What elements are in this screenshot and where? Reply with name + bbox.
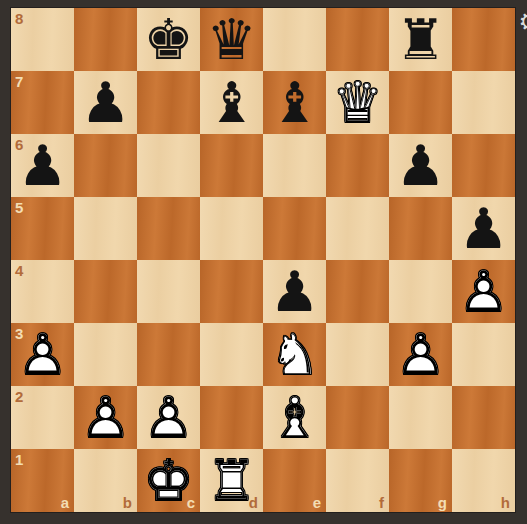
square-d7[interactable]: ♝ <box>200 71 263 134</box>
square-c3[interactable] <box>137 323 200 386</box>
square-a6[interactable]: ♟ <box>11 134 74 197</box>
square-h1[interactable] <box>452 449 515 512</box>
black-queen-glyph: ♛ <box>200 8 263 71</box>
black-pawn-glyph: ♟ <box>452 197 515 260</box>
black-bishop-glyph: ♝ <box>200 71 263 134</box>
white-rook-outline-glyph: ♖ <box>200 449 263 512</box>
black-pawn[interactable]: ♟ <box>389 134 452 197</box>
square-d8[interactable]: ♛ <box>200 8 263 71</box>
black-bishop-glyph: ♝ <box>263 71 326 134</box>
square-g1[interactable] <box>389 449 452 512</box>
square-f8[interactable] <box>326 8 389 71</box>
black-pawn-glyph: ♟ <box>389 134 452 197</box>
square-e6[interactable] <box>263 134 326 197</box>
black-pawn-glyph: ♟ <box>11 134 74 197</box>
white-pawn[interactable]: ♟♙ <box>452 260 515 323</box>
square-f2[interactable] <box>326 386 389 449</box>
white-bishop[interactable]: ♝♗ <box>263 386 326 449</box>
chessboard: ♚♛♜♟♝♝♛♕♟♟♟♟♟♙♟♙♞♘♟♙♟♙♟♙♝♗♚♔♜♖87654321ab… <box>11 8 515 512</box>
square-b8[interactable] <box>74 8 137 71</box>
white-king-outline-glyph: ♔ <box>137 449 200 512</box>
square-f3[interactable] <box>326 323 389 386</box>
white-pawn-outline-glyph: ♙ <box>11 323 74 386</box>
square-g3[interactable]: ♟♙ <box>389 323 452 386</box>
square-g6[interactable]: ♟ <box>389 134 452 197</box>
square-e1[interactable] <box>263 449 326 512</box>
square-d6[interactable] <box>200 134 263 197</box>
white-knight-outline-glyph: ♘ <box>263 323 326 386</box>
square-h6[interactable] <box>452 134 515 197</box>
square-h8[interactable] <box>452 8 515 71</box>
square-f7[interactable]: ♛♕ <box>326 71 389 134</box>
square-g2[interactable] <box>389 386 452 449</box>
square-a3[interactable]: ♟♙ <box>11 323 74 386</box>
square-b3[interactable] <box>74 323 137 386</box>
white-pawn[interactable]: ♟♙ <box>137 386 200 449</box>
white-pawn[interactable]: ♟♙ <box>74 386 137 449</box>
white-queen[interactable]: ♛♕ <box>326 71 389 134</box>
black-king[interactable]: ♚ <box>137 8 200 71</box>
square-b5[interactable] <box>74 197 137 260</box>
square-a8[interactable] <box>11 8 74 71</box>
black-pawn[interactable]: ♟ <box>11 134 74 197</box>
white-pawn-outline-glyph: ♙ <box>74 386 137 449</box>
square-d4[interactable] <box>200 260 263 323</box>
square-f6[interactable] <box>326 134 389 197</box>
square-e4[interactable]: ♟ <box>263 260 326 323</box>
square-g8[interactable]: ♜ <box>389 8 452 71</box>
square-h2[interactable] <box>452 386 515 449</box>
black-pawn-glyph: ♟ <box>263 260 326 323</box>
square-d3[interactable] <box>200 323 263 386</box>
black-king-glyph: ♚ <box>137 8 200 71</box>
black-bishop[interactable]: ♝ <box>200 71 263 134</box>
square-g4[interactable] <box>389 260 452 323</box>
black-pawn[interactable]: ♟ <box>263 260 326 323</box>
square-a7[interactable] <box>11 71 74 134</box>
square-a4[interactable] <box>11 260 74 323</box>
square-b7[interactable]: ♟ <box>74 71 137 134</box>
white-pawn-outline-glyph: ♙ <box>452 260 515 323</box>
square-f4[interactable] <box>326 260 389 323</box>
black-queen[interactable]: ♛ <box>200 8 263 71</box>
square-h4[interactable]: ♟♙ <box>452 260 515 323</box>
board-panel: ♚♛♜♟♝♝♛♕♟♟♟♟♟♙♟♙♞♘♟♙♟♙♟♙♝♗♚♔♜♖87654321ab… <box>0 0 527 524</box>
square-d1[interactable]: ♜♖ <box>200 449 263 512</box>
white-pawn[interactable]: ♟♙ <box>389 323 452 386</box>
square-c6[interactable] <box>137 134 200 197</box>
square-h7[interactable] <box>452 71 515 134</box>
square-a5[interactable] <box>11 197 74 260</box>
square-g5[interactable] <box>389 197 452 260</box>
square-d5[interactable] <box>200 197 263 260</box>
square-c8[interactable]: ♚ <box>137 8 200 71</box>
square-b2[interactable]: ♟♙ <box>74 386 137 449</box>
square-a2[interactable] <box>11 386 74 449</box>
square-e8[interactable] <box>263 8 326 71</box>
white-pawn-outline-glyph: ♙ <box>389 323 452 386</box>
square-f1[interactable] <box>326 449 389 512</box>
square-c4[interactable] <box>137 260 200 323</box>
square-h3[interactable] <box>452 323 515 386</box>
square-e2[interactable]: ♝♗ <box>263 386 326 449</box>
square-b6[interactable] <box>74 134 137 197</box>
square-c2[interactable]: ♟♙ <box>137 386 200 449</box>
square-e7[interactable]: ♝ <box>263 71 326 134</box>
square-e3[interactable]: ♞♘ <box>263 323 326 386</box>
square-f5[interactable] <box>326 197 389 260</box>
white-pawn[interactable]: ♟♙ <box>11 323 74 386</box>
black-rook-glyph: ♜ <box>389 8 452 71</box>
black-pawn-glyph: ♟ <box>74 71 137 134</box>
settings-gear-icon[interactable]: ⚙ <box>518 10 527 34</box>
white-pawn-outline-glyph: ♙ <box>137 386 200 449</box>
square-h5[interactable]: ♟ <box>452 197 515 260</box>
black-pawn[interactable]: ♟ <box>452 197 515 260</box>
square-d2[interactable] <box>200 386 263 449</box>
square-b4[interactable] <box>74 260 137 323</box>
square-c7[interactable] <box>137 71 200 134</box>
white-king[interactable]: ♚♔ <box>137 449 200 512</box>
white-queen-outline-glyph: ♕ <box>326 71 389 134</box>
square-a1[interactable] <box>11 449 74 512</box>
black-rook[interactable]: ♜ <box>389 8 452 71</box>
square-c5[interactable] <box>137 197 200 260</box>
black-pawn[interactable]: ♟ <box>74 71 137 134</box>
square-b1[interactable] <box>74 449 137 512</box>
square-g7[interactable] <box>389 71 452 134</box>
white-rook[interactable]: ♜♖ <box>200 449 263 512</box>
white-bishop-outline-glyph: ♗ <box>263 386 326 449</box>
white-knight[interactable]: ♞♘ <box>263 323 326 386</box>
square-c1[interactable]: ♚♔ <box>137 449 200 512</box>
black-bishop[interactable]: ♝ <box>263 71 326 134</box>
square-e5[interactable] <box>263 197 326 260</box>
